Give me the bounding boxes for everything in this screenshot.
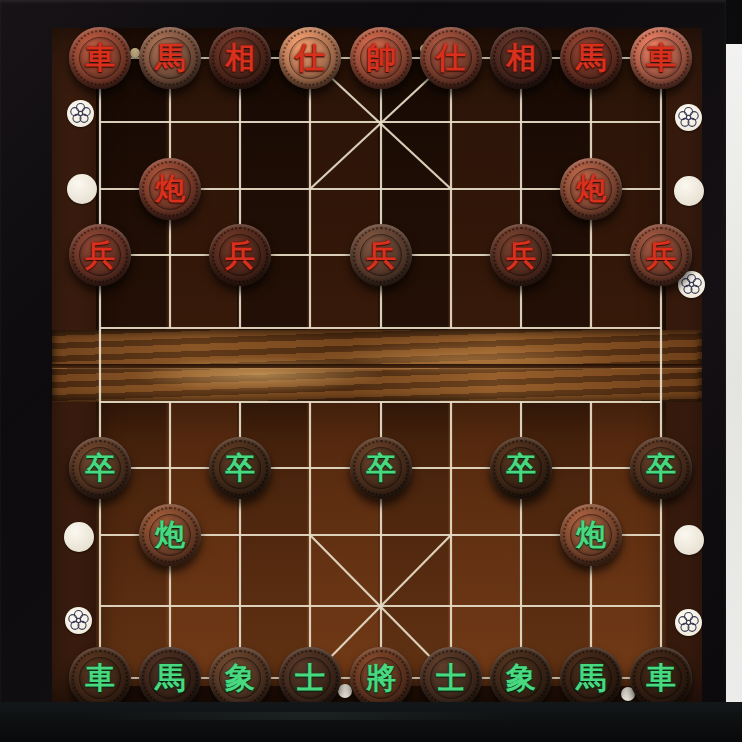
piece-character: 車	[85, 43, 115, 73]
piece-character: 士	[436, 663, 466, 693]
plum-blossom-inlay	[675, 609, 702, 636]
piece-red-仕[interactable]: 仕	[420, 27, 482, 89]
piece-green-士[interactable]: 士	[420, 647, 482, 709]
round-inlay	[67, 174, 97, 204]
piece-character: 兵	[366, 240, 396, 270]
piece-character: 將	[366, 663, 396, 693]
piece-character: 卒	[85, 453, 115, 483]
piece-character: 車	[85, 663, 115, 693]
round-inlay	[674, 525, 704, 555]
piece-red-炮[interactable]: 炮	[560, 158, 622, 220]
piece-character: 卒	[225, 453, 255, 483]
piece-green-卒[interactable]: 卒	[490, 437, 552, 499]
piece-red-馬[interactable]: 馬	[560, 27, 622, 89]
piece-character: 相	[225, 43, 255, 73]
xiangqi-board-photo: 車馬相仕帥仕相馬車炮炮兵兵兵兵兵卒卒卒卒卒炮炮車馬象士將士象馬車	[0, 0, 742, 742]
piece-green-象[interactable]: 象	[209, 647, 271, 709]
piece-green-卒[interactable]: 卒	[69, 437, 131, 499]
piece-green-馬[interactable]: 馬	[139, 647, 201, 709]
piece-character: 兵	[506, 240, 536, 270]
piece-character: 馬	[576, 663, 606, 693]
piece-red-兵[interactable]: 兵	[350, 224, 412, 286]
round-inlay	[674, 176, 704, 206]
piece-green-卒[interactable]: 卒	[630, 437, 692, 499]
line-inlay-dot	[338, 684, 352, 698]
piece-character: 炮	[576, 520, 606, 550]
piece-character: 炮	[155, 520, 185, 550]
piece-character: 卒	[506, 453, 536, 483]
piece-red-帥[interactable]: 帥	[350, 27, 412, 89]
round-inlay	[64, 522, 94, 552]
piece-character: 兵	[225, 240, 255, 270]
piece-red-車[interactable]: 車	[69, 27, 131, 89]
piece-character: 車	[646, 43, 676, 73]
piece-green-士[interactable]: 士	[279, 647, 341, 709]
piece-green-車[interactable]: 車	[630, 647, 692, 709]
piece-red-車[interactable]: 車	[630, 27, 692, 89]
piece-red-相[interactable]: 相	[209, 27, 271, 89]
board-bottom-edge	[0, 702, 742, 742]
piece-red-兵[interactable]: 兵	[630, 224, 692, 286]
piece-character: 象	[506, 663, 536, 693]
piece-red-仕[interactable]: 仕	[279, 27, 341, 89]
piece-green-炮[interactable]: 炮	[560, 504, 622, 566]
piece-character: 兵	[646, 240, 676, 270]
plum-blossom-inlay	[65, 607, 92, 634]
piece-red-炮[interactable]: 炮	[139, 158, 201, 220]
piece-character: 帥	[366, 43, 396, 73]
piece-character: 仕	[295, 43, 325, 73]
piece-character: 馬	[576, 43, 606, 73]
piece-green-車[interactable]: 車	[69, 647, 131, 709]
piece-red-相[interactable]: 相	[490, 27, 552, 89]
piece-character: 相	[506, 43, 536, 73]
piece-green-卒[interactable]: 卒	[209, 437, 271, 499]
piece-character: 仕	[436, 43, 466, 73]
piece-character: 車	[646, 663, 676, 693]
piece-character: 馬	[155, 43, 185, 73]
piece-red-兵[interactable]: 兵	[69, 224, 131, 286]
piece-green-馬[interactable]: 馬	[560, 647, 622, 709]
piece-character: 炮	[155, 174, 185, 204]
piece-red-兵[interactable]: 兵	[490, 224, 552, 286]
piece-green-象[interactable]: 象	[490, 647, 552, 709]
piece-red-馬[interactable]: 馬	[139, 27, 201, 89]
grid-lines	[0, 0, 742, 742]
piece-character: 炮	[576, 174, 606, 204]
piece-green-將[interactable]: 將	[350, 647, 412, 709]
piece-character: 兵	[85, 240, 115, 270]
piece-character: 卒	[366, 453, 396, 483]
piece-character: 象	[225, 663, 255, 693]
piece-character: 馬	[155, 663, 185, 693]
piece-character: 士	[295, 663, 325, 693]
piece-green-卒[interactable]: 卒	[350, 437, 412, 499]
plum-blossom-inlay	[675, 104, 702, 131]
piece-red-兵[interactable]: 兵	[209, 224, 271, 286]
piece-character: 卒	[646, 453, 676, 483]
plum-blossom-inlay	[67, 100, 94, 127]
piece-green-炮[interactable]: 炮	[139, 504, 201, 566]
